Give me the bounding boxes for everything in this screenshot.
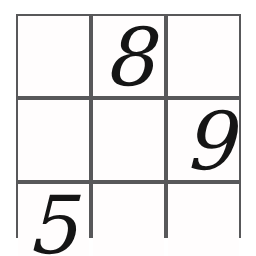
cell-r1c3[interactable] (168, 16, 239, 96)
sudoku-grid: 8 9 5 (16, 14, 241, 238)
cell-r3c1[interactable]: 5 (18, 184, 89, 256)
sudoku-page: 8 9 5 (0, 0, 256, 256)
cell-r1c2[interactable]: 8 (93, 16, 164, 96)
cell-r3c2[interactable] (93, 184, 164, 256)
cell-r2c3[interactable]: 9 (168, 100, 239, 180)
digit-r3c1: 5 (26, 186, 77, 256)
cell-r1c1[interactable] (18, 16, 89, 96)
digit-r1c2: 8 (103, 18, 154, 98)
cell-r3c3[interactable] (168, 184, 239, 256)
digit-r2c3: 9 (183, 102, 234, 182)
cell-r2c1[interactable] (18, 100, 89, 180)
cell-r2c2[interactable] (93, 100, 164, 180)
